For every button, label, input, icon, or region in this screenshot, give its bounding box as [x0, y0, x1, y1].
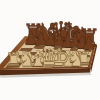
board-grid: [5, 38, 93, 67]
board-frame: [0, 36, 96, 70]
square-h1: [79, 63, 87, 66]
chess-board: [0, 36, 96, 70]
chess-set-photo: ♜♞♝♛♟♚♟♝♟♞♟♜♟♟♟♟♟♟♟♟♟♟♟♟♜♞♝♚♛♝♞♜: [0, 0, 100, 100]
